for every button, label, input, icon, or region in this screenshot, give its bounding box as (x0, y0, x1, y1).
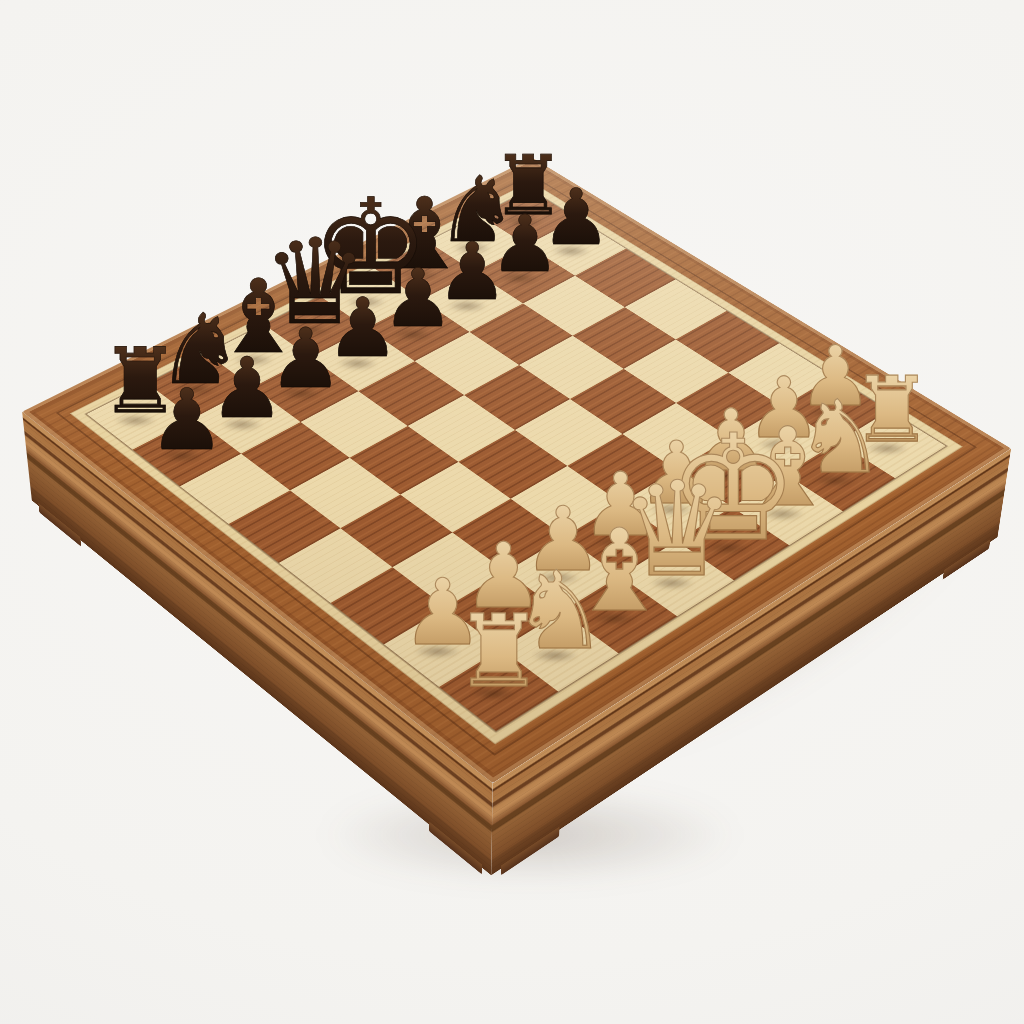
box-foot (501, 827, 560, 876)
box-foot (429, 821, 482, 874)
square-a5[interactable] (229, 490, 341, 562)
square-b5[interactable] (290, 458, 400, 528)
square-b4[interactable] (340, 495, 452, 568)
piece-white-rook-a1[interactable]: ♜ (454, 602, 544, 702)
box-foot (943, 539, 991, 580)
square-c4[interactable] (400, 462, 510, 533)
square-a4[interactable] (279, 528, 392, 603)
piece-black-pawn-a7[interactable]: ♟ (149, 378, 225, 463)
product-photo-scene: ♜♞♝♛♚♝♞♜♟♟♟♟♟♟♟♟♟♟♟♟♟♟♟♟♜♞♝♛♚♝♞♜ (0, 0, 1024, 1024)
box-foot (38, 503, 81, 547)
square-c5[interactable] (350, 426, 459, 495)
